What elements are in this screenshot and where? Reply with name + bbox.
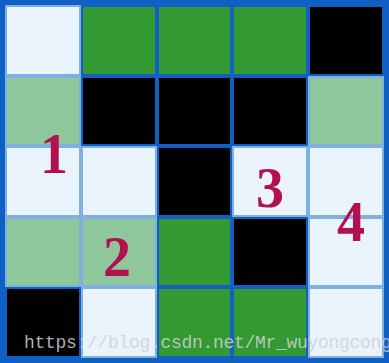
cell-r1c3-green[interactable] — [157, 5, 233, 76]
cell-r1c2-green[interactable] — [81, 5, 157, 76]
cell-r2c2-black[interactable] — [81, 76, 157, 147]
cell-r3c3-black[interactable] — [157, 146, 233, 217]
cell-r3c2-white[interactable] — [81, 146, 157, 217]
cell-r4c2-lightgreen[interactable] — [81, 217, 157, 288]
cell-r1c5-black[interactable] — [308, 5, 384, 76]
cell-r1c1-white[interactable] — [5, 5, 81, 76]
cell-r4c3-green[interactable] — [157, 217, 233, 288]
cell-r4c1-lightgreen[interactable] — [5, 217, 81, 288]
cell-r4c5-white[interactable] — [308, 217, 384, 288]
watermark-url: https://blog.csdn.net/Mr_wuyongcong — [24, 333, 389, 353]
cell-r2c4-black[interactable] — [232, 76, 308, 147]
cell-r3c4-white[interactable] — [232, 146, 308, 217]
cell-r2c1-lightgreen[interactable] — [5, 76, 81, 147]
cell-r1c4-green[interactable] — [232, 5, 308, 76]
cell-r2c3-black[interactable] — [157, 76, 233, 147]
cell-r4c4-black[interactable] — [232, 217, 308, 288]
cell-r2c5-lightgreen[interactable] — [308, 76, 384, 147]
cell-r3c1-white[interactable] — [5, 146, 81, 217]
puzzle-board: https://blog.csdn.net/Mr_wuyongcong 1234 — [0, 0, 389, 363]
cell-r3c5-white[interactable] — [308, 146, 384, 217]
puzzle-grid — [5, 5, 384, 358]
